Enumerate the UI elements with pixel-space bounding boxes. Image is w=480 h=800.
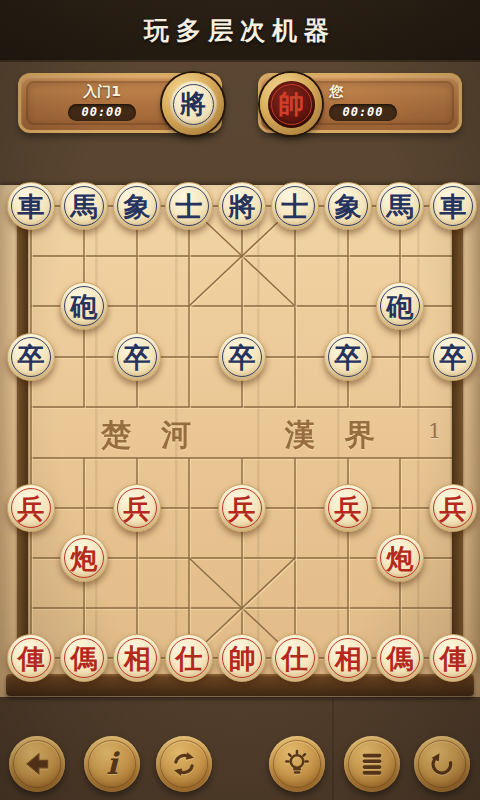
piece-glyph: 炮 [387,545,414,572]
piece-glyph: 車 [18,193,45,220]
river-label-left: 楚河 [101,415,221,456]
sync-arrows-icon [169,749,199,779]
undo-button[interactable] [414,736,470,792]
board-frame-right [452,188,463,674]
piece-glyph: 仕 [176,645,203,672]
piece-馬[interactable]: 馬 [60,182,108,230]
piece-glyph: 俥 [440,645,467,672]
user-avatar: 帥 [260,73,322,135]
top-bar: 玩多层次机器 [0,0,480,62]
piece-仕[interactable]: 仕 [165,634,213,682]
piece-士[interactable]: 士 [271,182,319,230]
avatar-piece-glyph: 將 [180,87,206,122]
piece-相[interactable]: 相 [324,634,372,682]
piece-車[interactable]: 車 [7,182,55,230]
piece-傌[interactable]: 傌 [60,634,108,682]
board-grid [0,185,480,697]
piece-glyph: 傌 [71,645,98,672]
piece-卒[interactable]: 卒 [7,333,55,381]
piece-glyph: 卒 [229,344,256,371]
piece-卒[interactable]: 卒 [324,333,372,381]
piece-glyph: 馬 [387,193,414,220]
piece-glyph: 仕 [282,645,309,672]
red-general-avatar-piece: 帥 [268,81,315,128]
move-list-button[interactable] [344,736,400,792]
xiangqi-board[interactable]: 楚河 漢界 1 車馬象士將士象馬車砲砲卒卒卒卒卒兵兵兵兵兵炮炮俥傌相仕帥仕相傌俥 [0,185,480,697]
piece-卒[interactable]: 卒 [429,333,477,381]
screen: 玩多层次机器 入门1 00:00 將 您 00:00 帥 楚河 漢界 [0,0,480,800]
piece-將[interactable]: 將 [218,182,266,230]
piece-glyph: 象 [335,193,362,220]
river-label-right: 漢界 [285,415,405,456]
piece-俥[interactable]: 俥 [7,634,55,682]
page-title: 玩多层次机器 [0,0,480,60]
piece-砲[interactable]: 砲 [60,282,108,330]
back-button[interactable] [9,736,65,792]
piece-兵[interactable]: 兵 [218,484,266,532]
river-mark: 1 [428,419,441,443]
opponent-name: 入门1 [83,83,121,101]
piece-glyph: 兵 [18,495,45,522]
piece-glyph: 兵 [124,495,151,522]
piece-glyph: 卒 [440,344,467,371]
opponent-timer: 00:00 [68,104,136,121]
piece-馬[interactable]: 馬 [376,182,424,230]
undo-arrow-icon [427,749,457,779]
piece-glyph: 士 [282,193,309,220]
user-timer: 00:00 [329,104,397,121]
info-icon: i [106,749,117,779]
background-seam [332,697,334,800]
piece-glyph: 兵 [440,495,467,522]
piece-glyph: 卒 [124,344,151,371]
piece-glyph: 馬 [71,193,98,220]
piece-砲[interactable]: 砲 [376,282,424,330]
piece-卒[interactable]: 卒 [218,333,266,381]
piece-俥[interactable]: 俥 [429,634,477,682]
piece-glyph: 卒 [335,344,362,371]
piece-glyph: 將 [229,193,256,220]
piece-glyph: 象 [124,193,151,220]
piece-仕[interactable]: 仕 [271,634,319,682]
piece-象[interactable]: 象 [324,182,372,230]
piece-炮[interactable]: 炮 [60,534,108,582]
piece-帥[interactable]: 帥 [218,634,266,682]
piece-相[interactable]: 相 [113,634,161,682]
user-name: 您 [329,83,343,101]
piece-glyph: 兵 [335,495,362,522]
black-general-avatar-piece: 將 [170,81,217,128]
flip-board-button[interactable] [156,736,212,792]
piece-車[interactable]: 車 [429,182,477,230]
piece-卒[interactable]: 卒 [113,333,161,381]
piece-傌[interactable]: 傌 [376,634,424,682]
piece-glyph: 砲 [387,293,414,320]
back-arrow-icon [22,749,52,779]
piece-glyph: 帥 [229,645,256,672]
avatar-piece-glyph: 帥 [278,87,304,122]
opponent-avatar: 將 [162,73,224,135]
hint-button[interactable] [269,736,325,792]
menu-bars-icon [357,749,387,779]
piece-象[interactable]: 象 [113,182,161,230]
piece-glyph: 車 [440,193,467,220]
piece-士[interactable]: 士 [165,182,213,230]
piece-glyph: 俥 [18,645,45,672]
piece-glyph: 士 [176,193,203,220]
lightbulb-icon [282,749,312,779]
piece-glyph: 砲 [71,293,98,320]
piece-炮[interactable]: 炮 [376,534,424,582]
piece-glyph: 炮 [71,545,98,572]
info-button[interactable]: i [84,736,140,792]
piece-兵[interactable]: 兵 [113,484,161,532]
piece-兵[interactable]: 兵 [324,484,372,532]
piece-glyph: 兵 [229,495,256,522]
piece-glyph: 相 [124,645,151,672]
piece-glyph: 傌 [387,645,414,672]
board-frame-left [17,188,28,674]
piece-glyph: 卒 [18,344,45,371]
piece-兵[interactable]: 兵 [7,484,55,532]
piece-兵[interactable]: 兵 [429,484,477,532]
piece-glyph: 相 [335,645,362,672]
